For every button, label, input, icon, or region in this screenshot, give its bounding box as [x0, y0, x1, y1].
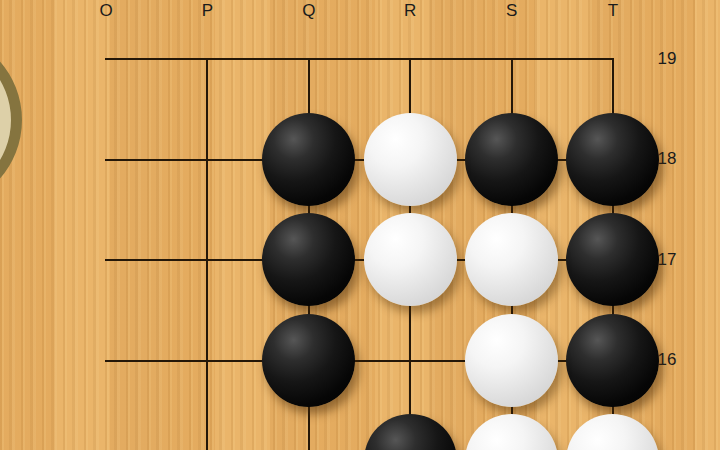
- stone-white-r18[interactable]: [364, 113, 457, 206]
- stone-white-r17[interactable]: [364, 213, 457, 306]
- go-board-viewport[interactable]: O P Q R S T 19 18 17 16: [0, 0, 720, 450]
- stone-white-s15[interactable]: [465, 414, 558, 450]
- stone-white-t15[interactable]: [566, 414, 659, 450]
- stone-black-s18[interactable]: [465, 113, 558, 206]
- stone-black-t17[interactable]: [566, 213, 659, 306]
- stone-black-q18[interactable]: [262, 113, 355, 206]
- stone-black-q16[interactable]: [262, 314, 355, 407]
- stone-black-r15[interactable]: [364, 414, 457, 450]
- stone-black-t18[interactable]: [566, 113, 659, 206]
- stones-layer: [55, 9, 663, 450]
- stone-white-s16[interactable]: [465, 314, 558, 407]
- stone-black-q17[interactable]: [262, 213, 355, 306]
- stone-white-s17[interactable]: [465, 213, 558, 306]
- stone-black-t16[interactable]: [566, 314, 659, 407]
